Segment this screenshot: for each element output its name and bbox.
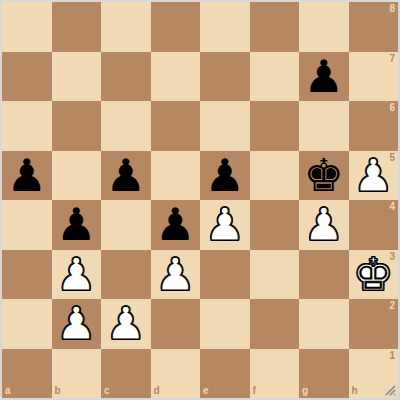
square-e3[interactable] <box>200 250 250 300</box>
square-g1[interactable]: g <box>299 349 349 399</box>
square-h7[interactable]: 7 <box>349 52 399 102</box>
square-a2[interactable] <box>2 299 52 349</box>
square-h2[interactable]: 2 <box>349 299 399 349</box>
square-b5[interactable] <box>52 151 102 201</box>
square-c6[interactable] <box>101 101 151 151</box>
square-a4[interactable] <box>2 200 52 250</box>
square-d6[interactable] <box>151 101 201 151</box>
square-f8[interactable] <box>250 2 300 52</box>
chess-board-frame: 8♟76♟♟♟♚5♟♟♟♟♟4♟♟3♚♟♟2abcdefg1h <box>0 0 400 400</box>
rank-label-4: 4 <box>389 202 395 212</box>
square-h6[interactable]: 6 <box>349 101 399 151</box>
square-h8[interactable]: 8 <box>349 2 399 52</box>
square-c4[interactable] <box>101 200 151 250</box>
file-label-b: b <box>55 386 61 396</box>
file-label-f: f <box>253 386 256 396</box>
square-g4[interactable]: ♟ <box>299 200 349 250</box>
square-f6[interactable] <box>250 101 300 151</box>
black-king[interactable]: ♚ <box>304 151 344 200</box>
square-c1[interactable]: c <box>101 349 151 399</box>
square-a6[interactable] <box>2 101 52 151</box>
square-a7[interactable] <box>2 52 52 102</box>
rank-label-5: 5 <box>389 153 395 163</box>
square-g2[interactable] <box>299 299 349 349</box>
square-c7[interactable] <box>101 52 151 102</box>
square-f1[interactable]: f <box>250 349 300 399</box>
file-label-h: h <box>352 386 358 396</box>
resize-handle-icon[interactable] <box>385 385 396 396</box>
file-label-a: a <box>5 386 11 396</box>
white-pawn[interactable]: ♟ <box>56 299 96 348</box>
square-e8[interactable] <box>200 2 250 52</box>
square-f5[interactable] <box>250 151 300 201</box>
square-e5[interactable]: ♟ <box>200 151 250 201</box>
square-b7[interactable] <box>52 52 102 102</box>
white-king[interactable]: ♚ <box>353 250 393 299</box>
black-pawn[interactable]: ♟ <box>304 52 344 101</box>
square-d1[interactable]: d <box>151 349 201 399</box>
square-g3[interactable] <box>299 250 349 300</box>
white-pawn[interactable]: ♟ <box>106 299 146 348</box>
square-f2[interactable] <box>250 299 300 349</box>
square-b8[interactable] <box>52 2 102 52</box>
square-e1[interactable]: e <box>200 349 250 399</box>
file-label-e: e <box>203 386 209 396</box>
square-d3[interactable]: ♟ <box>151 250 201 300</box>
square-c2[interactable]: ♟ <box>101 299 151 349</box>
square-b6[interactable] <box>52 101 102 151</box>
square-g6[interactable] <box>299 101 349 151</box>
square-a8[interactable] <box>2 2 52 52</box>
square-e6[interactable] <box>200 101 250 151</box>
square-f7[interactable] <box>250 52 300 102</box>
square-b4[interactable]: ♟ <box>52 200 102 250</box>
square-e2[interactable] <box>200 299 250 349</box>
rank-label-6: 6 <box>389 103 395 113</box>
square-b2[interactable]: ♟ <box>52 299 102 349</box>
file-label-d: d <box>154 386 160 396</box>
rank-label-2: 2 <box>389 301 395 311</box>
square-c5[interactable]: ♟ <box>101 151 151 201</box>
square-h5[interactable]: 5♟ <box>349 151 399 201</box>
square-d2[interactable] <box>151 299 201 349</box>
square-b1[interactable]: b <box>52 349 102 399</box>
square-e4[interactable]: ♟ <box>200 200 250 250</box>
square-c8[interactable] <box>101 2 151 52</box>
square-h3[interactable]: 3♚ <box>349 250 399 300</box>
square-f3[interactable] <box>250 250 300 300</box>
black-pawn[interactable]: ♟ <box>7 151 47 200</box>
square-d7[interactable] <box>151 52 201 102</box>
square-h4[interactable]: 4 <box>349 200 399 250</box>
white-pawn[interactable]: ♟ <box>155 250 195 299</box>
white-pawn[interactable]: ♟ <box>205 200 245 249</box>
rank-label-8: 8 <box>389 4 395 14</box>
square-b3[interactable]: ♟ <box>52 250 102 300</box>
square-e7[interactable] <box>200 52 250 102</box>
square-a3[interactable] <box>2 250 52 300</box>
black-pawn[interactable]: ♟ <box>205 151 245 200</box>
white-pawn[interactable]: ♟ <box>304 200 344 249</box>
square-g7[interactable]: ♟ <box>299 52 349 102</box>
square-g5[interactable]: ♚ <box>299 151 349 201</box>
black-pawn[interactable]: ♟ <box>56 200 96 249</box>
square-d5[interactable] <box>151 151 201 201</box>
chess-board: 8♟76♟♟♟♚5♟♟♟♟♟4♟♟3♚♟♟2abcdefg1h <box>2 2 398 398</box>
square-d4[interactable]: ♟ <box>151 200 201 250</box>
square-f4[interactable] <box>250 200 300 250</box>
white-pawn[interactable]: ♟ <box>56 250 96 299</box>
rank-label-7: 7 <box>389 54 395 64</box>
square-c3[interactable] <box>101 250 151 300</box>
white-pawn[interactable]: ♟ <box>353 151 393 200</box>
black-pawn[interactable]: ♟ <box>155 200 195 249</box>
rank-label-3: 3 <box>389 252 395 262</box>
file-label-c: c <box>104 386 110 396</box>
rank-label-1: 1 <box>389 351 395 361</box>
file-label-g: g <box>302 386 308 396</box>
square-a5[interactable]: ♟ <box>2 151 52 201</box>
square-g8[interactable] <box>299 2 349 52</box>
square-d8[interactable] <box>151 2 201 52</box>
square-a1[interactable]: a <box>2 349 52 399</box>
black-pawn[interactable]: ♟ <box>106 151 146 200</box>
